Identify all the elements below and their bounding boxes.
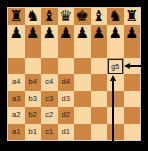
square-g6 [107, 41, 124, 58]
square-g7: ♟ [107, 25, 124, 42]
black-pawn-icon: ♟ [125, 25, 138, 42]
g5-callout-box: g5 [108, 59, 123, 74]
square-e6 [74, 41, 91, 58]
square-e7: ♟ [74, 25, 91, 42]
square-h3 [124, 91, 141, 108]
square-label-b1: b1 [29, 128, 37, 136]
square-label-c3: c3 [45, 95, 53, 103]
square-h6 [124, 41, 141, 58]
square-c2: c2 [41, 107, 58, 124]
square-label-a4: a4 [12, 78, 20, 86]
square-c5 [41, 58, 58, 75]
black-rook-icon: ♜ [125, 8, 138, 25]
square-e1 [74, 124, 91, 141]
square-d1: d1 [58, 124, 75, 141]
black-rook-icon: ♜ [10, 8, 23, 25]
square-label-d3: d3 [62, 95, 70, 103]
chess-board: ♜♞♝♛♚♝♞♜♟♟♟♟♟♟♟♟a4b4c4d4a3b3c3d3a2b2c2d2… [7, 7, 141, 141]
square-label-b4: b4 [29, 78, 37, 86]
square-label-d4: d4 [62, 78, 70, 86]
square-b7: ♟ [25, 25, 42, 42]
black-knight-icon: ♞ [109, 8, 122, 25]
square-f2 [91, 107, 108, 124]
square-f4 [91, 74, 108, 91]
square-g1 [107, 124, 124, 141]
black-pawn-icon: ♟ [10, 25, 23, 42]
square-a7: ♟ [8, 25, 25, 42]
arrowhead-left-icon [124, 63, 130, 69]
square-g3 [107, 91, 124, 108]
square-label-a3: a3 [12, 95, 20, 103]
square-c1: c1 [41, 124, 58, 141]
square-f5 [91, 58, 108, 75]
square-c4: c4 [41, 74, 58, 91]
g5-callout-label: g5 [111, 63, 119, 70]
square-b3: b3 [25, 91, 42, 108]
square-label-d1: d1 [62, 128, 70, 136]
square-g8: ♞ [107, 8, 124, 25]
square-e8: ♚ [74, 8, 91, 25]
black-pawn-icon: ♟ [43, 25, 56, 42]
square-e4 [74, 74, 91, 91]
square-a4: a4 [8, 74, 25, 91]
square-a8: ♜ [8, 8, 25, 25]
square-c7: ♟ [41, 25, 58, 42]
square-e3 [74, 91, 91, 108]
square-d2: d2 [58, 107, 75, 124]
black-bishop-icon: ♝ [43, 8, 56, 25]
black-pawn-icon: ♟ [92, 25, 105, 42]
black-king-icon: ♚ [76, 8, 89, 25]
square-h1 [124, 124, 141, 141]
square-label-b3: b3 [29, 95, 37, 103]
square-f7: ♟ [91, 25, 108, 42]
square-a5 [8, 58, 25, 75]
square-d3: d3 [58, 91, 75, 108]
square-label-b2: b2 [29, 111, 37, 119]
chess-diagram: ♜♞♝♛♚♝♞♜♟♟♟♟♟♟♟♟a4b4c4d4a3b3c3d3a2b2c2d2… [0, 0, 148, 151]
square-label-c2: c2 [45, 111, 53, 119]
black-bishop-icon: ♝ [92, 8, 105, 25]
square-a6 [8, 41, 25, 58]
black-pawn-icon: ♟ [109, 25, 122, 42]
square-h4 [124, 74, 141, 91]
arrow-from-bottom-line [112, 80, 114, 151]
square-a3: a3 [8, 91, 25, 108]
black-pawn-icon: ♟ [76, 25, 89, 42]
square-f6 [91, 41, 108, 58]
arrowhead-up-icon [110, 75, 116, 81]
square-label-c4: c4 [45, 78, 53, 86]
square-a1: a1 [8, 124, 25, 141]
square-f1 [91, 124, 108, 141]
square-label-d2: d2 [62, 111, 70, 119]
square-b1: b1 [25, 124, 42, 141]
square-b4: b4 [25, 74, 42, 91]
black-knight-icon: ♞ [26, 8, 39, 25]
black-pawn-icon: ♟ [26, 25, 39, 42]
square-h2 [124, 107, 141, 124]
square-f3 [91, 91, 108, 108]
square-h7: ♟ [124, 25, 141, 42]
square-b2: b2 [25, 107, 42, 124]
square-g2 [107, 107, 124, 124]
square-e2 [74, 107, 91, 124]
square-d4: d4 [58, 74, 75, 91]
black-pawn-icon: ♟ [59, 25, 72, 42]
arrow-from-right-line [129, 65, 148, 67]
square-label-a1: a1 [12, 128, 20, 136]
square-a2: a2 [8, 107, 25, 124]
square-c8: ♝ [41, 8, 58, 25]
square-label-c1: c1 [45, 128, 53, 136]
square-d5 [58, 58, 75, 75]
square-f8: ♝ [91, 8, 108, 25]
square-e5 [74, 58, 91, 75]
square-b5 [25, 58, 42, 75]
square-label-a2: a2 [12, 111, 20, 119]
square-b8: ♞ [25, 8, 42, 25]
square-d7: ♟ [58, 25, 75, 42]
square-d6 [58, 41, 75, 58]
square-c3: c3 [41, 91, 58, 108]
square-b6 [25, 41, 42, 58]
square-h8: ♜ [124, 8, 141, 25]
black-queen-icon: ♛ [59, 8, 72, 25]
square-d8: ♛ [58, 8, 75, 25]
square-c6 [41, 41, 58, 58]
